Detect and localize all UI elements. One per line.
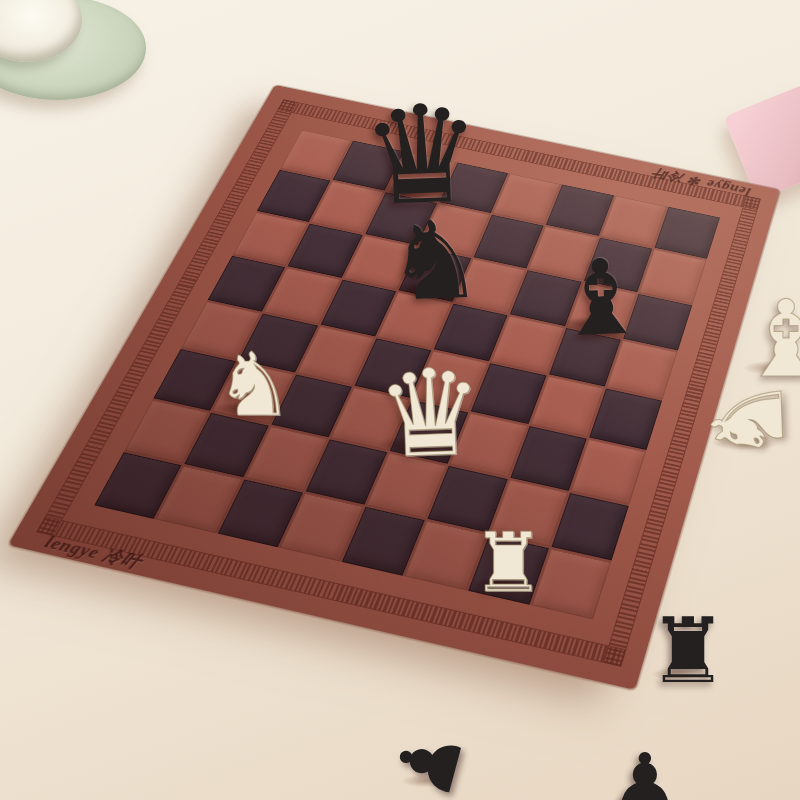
scene: lengye ✻ 冷叶 lengye 冷叶 ♛♞♝♞♛♜♝♞♜♟♟ (0, 0, 800, 800)
white-rook-g1[interactable]: ♜ (467, 522, 549, 604)
black-pawn-standing[interactable]: ♟ (606, 743, 684, 800)
black-bishop-g6[interactable]: ♝ (547, 244, 655, 352)
black-pawn-lying[interactable]: ♟ (381, 715, 477, 800)
white-knight-lying[interactable]: ♞ (697, 369, 798, 470)
white-queen-e3[interactable]: ♛ (368, 352, 492, 476)
black-rook-standing[interactable]: ♜ (643, 606, 733, 696)
white-knight-b3[interactable]: ♞ (210, 341, 298, 429)
black-knight-d6[interactable]: ♞ (379, 205, 491, 317)
